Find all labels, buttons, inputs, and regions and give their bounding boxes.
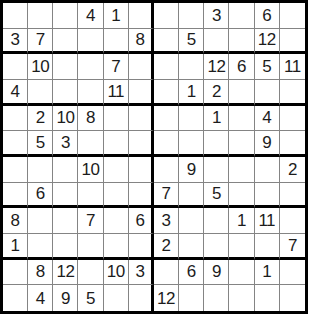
cell-r6c4[interactable] — [78, 131, 103, 157]
given-digit: 9 — [61, 290, 70, 307]
cell-r7c5[interactable] — [104, 157, 129, 183]
given-digit: 5 — [36, 134, 45, 151]
cell-r2c3[interactable] — [53, 29, 78, 55]
given-digit: 9 — [262, 134, 271, 151]
cell-r2c4[interactable] — [78, 29, 103, 55]
cell-r3c12[interactable]: 11 — [280, 54, 305, 80]
given-digit: 12 — [157, 290, 175, 307]
given-digit: 3 — [212, 7, 221, 24]
cell-r11c11[interactable]: 1 — [255, 260, 280, 286]
cell-r3c4[interactable] — [78, 54, 103, 80]
cell-r6c12[interactable] — [280, 131, 305, 157]
cell-r2c2[interactable]: 7 — [28, 29, 53, 55]
cell-r11c4[interactable] — [78, 260, 103, 286]
cell-r4c12[interactable] — [280, 80, 305, 106]
sudoku-page: 4136378512107126511411122108145391092675… — [0, 0, 312, 320]
cell-r3c1[interactable] — [3, 54, 28, 80]
cell-r9c10[interactable]: 1 — [229, 208, 254, 234]
given-digit: 4 — [36, 290, 45, 307]
cell-r12c10[interactable] — [229, 285, 254, 311]
cell-r4c2[interactable] — [28, 80, 53, 106]
cell-r10c1[interactable]: 1 — [3, 234, 28, 260]
cell-r7c1[interactable] — [3, 157, 28, 183]
cell-r1c1[interactable] — [3, 3, 28, 29]
cell-r12c9[interactable] — [204, 285, 229, 311]
cell-r4c3[interactable] — [53, 80, 78, 106]
cell-r12c6[interactable] — [129, 285, 154, 311]
cell-r8c9[interactable]: 5 — [204, 183, 229, 209]
cell-r7c6[interactable] — [129, 157, 154, 183]
cell-r10c11[interactable] — [255, 234, 280, 260]
cell-r11c10[interactable] — [229, 260, 254, 286]
cell-r7c3[interactable] — [53, 157, 78, 183]
cell-r10c6[interactable] — [129, 234, 154, 260]
cell-r1c5[interactable]: 1 — [104, 3, 129, 29]
cell-r2c9[interactable] — [204, 29, 229, 55]
cell-r7c10[interactable] — [229, 157, 254, 183]
cell-r7c7[interactable] — [154, 157, 179, 183]
given-digit: 5 — [212, 185, 221, 202]
cell-r7c8[interactable]: 9 — [179, 157, 204, 183]
cell-r10c10[interactable] — [229, 234, 254, 260]
cell-r2c1[interactable]: 3 — [3, 29, 28, 55]
given-digit: 2 — [212, 83, 221, 100]
given-digit: 1 — [212, 109, 221, 126]
cell-r5c2[interactable]: 2 — [28, 106, 53, 132]
cell-r5c5[interactable] — [104, 106, 129, 132]
cell-r4c1[interactable]: 4 — [3, 80, 28, 106]
cell-r10c3[interactable] — [53, 234, 78, 260]
cell-r11c2[interactable]: 8 — [28, 260, 53, 286]
cell-r11c8[interactable]: 6 — [179, 260, 204, 286]
given-digit: 4 — [11, 83, 20, 100]
cell-r6c8[interactable] — [179, 131, 204, 157]
cell-r6c1[interactable] — [3, 131, 28, 157]
given-digit: 11 — [107, 83, 124, 100]
given-digit: 10 — [31, 58, 49, 75]
cell-r12c2[interactable]: 4 — [28, 285, 53, 311]
cell-r1c7[interactable] — [154, 3, 179, 29]
given-digit: 3 — [162, 212, 171, 229]
cell-r9c3[interactable] — [53, 208, 78, 234]
cell-r8c3[interactable] — [53, 183, 78, 209]
cell-r11c7[interactable] — [154, 260, 179, 286]
given-digit: 6 — [36, 185, 45, 202]
given-digit: 10 — [107, 263, 125, 280]
cell-r11c6[interactable]: 3 — [129, 260, 154, 286]
given-digit: 1 — [262, 263, 271, 280]
cell-r4c4[interactable] — [78, 80, 103, 106]
cell-r9c5[interactable] — [104, 208, 129, 234]
cell-r10c12[interactable]: 7 — [280, 234, 305, 260]
cell-r6c5[interactable] — [104, 131, 129, 157]
given-digit: 7 — [36, 31, 45, 48]
given-digit: 10 — [82, 161, 100, 178]
cell-r5c9[interactable]: 1 — [204, 106, 229, 132]
given-digit: 1 — [237, 212, 246, 229]
given-digit: 12 — [56, 263, 74, 280]
given-digit: 6 — [237, 58, 246, 75]
cell-r10c5[interactable] — [104, 234, 129, 260]
cell-r3c2[interactable]: 10 — [28, 54, 53, 80]
cell-r4c5[interactable]: 11 — [104, 80, 129, 106]
given-digit: 8 — [11, 212, 20, 229]
cell-r12c8[interactable] — [179, 285, 204, 311]
cell-r7c11[interactable] — [255, 157, 280, 183]
cell-r8c6[interactable] — [129, 183, 154, 209]
cell-r9c11[interactable]: 11 — [255, 208, 280, 234]
cell-r6c2[interactable]: 5 — [28, 131, 53, 157]
given-digit: 4 — [262, 109, 271, 126]
cell-r8c7[interactable]: 7 — [154, 183, 179, 209]
cell-r3c6[interactable] — [129, 54, 154, 80]
cell-r6c10[interactable] — [229, 131, 254, 157]
cell-r8c4[interactable] — [78, 183, 103, 209]
given-digit: 12 — [207, 58, 225, 75]
given-digit: 2 — [36, 109, 45, 126]
cell-r1c10[interactable] — [229, 3, 254, 29]
given-digit: 6 — [135, 212, 144, 229]
cell-r8c5[interactable] — [104, 183, 129, 209]
cell-r12c3[interactable]: 9 — [53, 285, 78, 311]
given-digit: 8 — [36, 263, 45, 280]
given-digit: 9 — [187, 161, 196, 178]
given-digit: 5 — [187, 31, 196, 48]
cell-r9c9[interactable] — [204, 208, 229, 234]
cell-r5c12[interactable] — [280, 106, 305, 132]
cell-r3c8[interactable] — [179, 54, 204, 80]
cell-r8c1[interactable] — [3, 183, 28, 209]
cell-r2c7[interactable] — [154, 29, 179, 55]
cell-r4c10[interactable] — [229, 80, 254, 106]
cell-r7c9[interactable] — [204, 157, 229, 183]
cell-r10c9[interactable] — [204, 234, 229, 260]
cell-r1c4[interactable]: 4 — [78, 3, 103, 29]
cell-r11c9[interactable]: 9 — [204, 260, 229, 286]
cell-r4c7[interactable] — [154, 80, 179, 106]
cell-r2c5[interactable] — [104, 29, 129, 55]
given-digit: 5 — [86, 290, 95, 307]
cell-r5c7[interactable] — [154, 106, 179, 132]
cell-r11c1[interactable] — [3, 260, 28, 286]
cell-r3c9[interactable]: 12 — [204, 54, 229, 80]
cell-r2c6[interactable]: 8 — [129, 29, 154, 55]
given-digit: 1 — [187, 83, 196, 100]
given-digit: 7 — [86, 212, 95, 229]
cell-r6c3[interactable]: 3 — [53, 131, 78, 157]
cell-r7c4[interactable]: 10 — [78, 157, 103, 183]
cell-r12c1[interactable] — [3, 285, 28, 311]
cell-r5c8[interactable] — [179, 106, 204, 132]
cell-r6c9[interactable] — [204, 131, 229, 157]
cell-r1c6[interactable] — [129, 3, 154, 29]
given-digit: 9 — [212, 263, 221, 280]
given-digit: 5 — [262, 58, 271, 75]
cell-r11c5[interactable]: 10 — [104, 260, 129, 286]
cell-r6c7[interactable] — [154, 131, 179, 157]
sudoku-board: 4136378512107126511411122108145391092675… — [0, 0, 308, 314]
cell-r1c8[interactable] — [179, 3, 204, 29]
cell-r8c11[interactable] — [255, 183, 280, 209]
cell-r5c3[interactable]: 10 — [53, 106, 78, 132]
given-digit: 7 — [162, 185, 171, 202]
cell-r4c6[interactable] — [129, 80, 154, 106]
cell-r10c4[interactable] — [78, 234, 103, 260]
given-digit: 11 — [258, 212, 275, 229]
cell-r8c8[interactable] — [179, 183, 204, 209]
given-digit: 10 — [56, 109, 74, 126]
cell-r9c8[interactable] — [179, 208, 204, 234]
given-digit: 3 — [61, 134, 70, 151]
cell-r12c11[interactable] — [255, 285, 280, 311]
cell-r1c2[interactable] — [28, 3, 53, 29]
cell-r9c6[interactable]: 6 — [129, 208, 154, 234]
cell-r3c10[interactable]: 6 — [229, 54, 254, 80]
given-digit: 3 — [11, 31, 20, 48]
cell-r5c4[interactable]: 8 — [78, 106, 103, 132]
given-digit: 1 — [11, 237, 20, 254]
given-digit: 6 — [262, 7, 271, 24]
given-digit: 4 — [86, 7, 95, 24]
cell-r1c12[interactable] — [280, 3, 305, 29]
cell-r3c7[interactable] — [154, 54, 179, 80]
cell-r12c4[interactable]: 5 — [78, 285, 103, 311]
given-digit: 7 — [111, 58, 120, 75]
cell-r10c7[interactable]: 2 — [154, 234, 179, 260]
cell-r4c11[interactable] — [255, 80, 280, 106]
cell-r11c12[interactable] — [280, 260, 305, 286]
cell-r4c8[interactable]: 1 — [179, 80, 204, 106]
cell-r7c12[interactable]: 2 — [280, 157, 305, 183]
cell-r2c10[interactable] — [229, 29, 254, 55]
given-digit: 3 — [135, 263, 144, 280]
cell-r2c11[interactable]: 12 — [255, 29, 280, 55]
given-digit: 6 — [187, 263, 196, 280]
given-digit: 7 — [288, 237, 297, 254]
cell-r5c11[interactable]: 4 — [255, 106, 280, 132]
cell-r9c7[interactable]: 3 — [154, 208, 179, 234]
given-digit: 1 — [111, 7, 120, 24]
cell-r9c1[interactable]: 8 — [3, 208, 28, 234]
cell-r12c7[interactable]: 12 — [154, 285, 179, 311]
cell-r1c3[interactable] — [53, 3, 78, 29]
cell-r1c9[interactable]: 3 — [204, 3, 229, 29]
cell-r9c12[interactable] — [280, 208, 305, 234]
cell-r3c5[interactable]: 7 — [104, 54, 129, 80]
cell-r5c1[interactable] — [3, 106, 28, 132]
cell-r9c2[interactable] — [28, 208, 53, 234]
cell-r3c11[interactable]: 5 — [255, 54, 280, 80]
given-digit: 11 — [284, 58, 301, 75]
cell-r9c4[interactable]: 7 — [78, 208, 103, 234]
cell-r10c8[interactable] — [179, 234, 204, 260]
cell-r3c3[interactable] — [53, 54, 78, 80]
cell-r8c12[interactable] — [280, 183, 305, 209]
given-digit: 2 — [288, 161, 297, 178]
cell-r1c11[interactable]: 6 — [255, 3, 280, 29]
given-digit: 2 — [162, 237, 171, 254]
cell-r6c11[interactable]: 9 — [255, 131, 280, 157]
given-digit: 8 — [86, 109, 95, 126]
cell-r7c2[interactable] — [28, 157, 53, 183]
cell-r2c8[interactable]: 5 — [179, 29, 204, 55]
cell-r8c2[interactable]: 6 — [28, 183, 53, 209]
cell-r6c6[interactable] — [129, 131, 154, 157]
cell-r11c3[interactable]: 12 — [53, 260, 78, 286]
cell-r12c5[interactable] — [104, 285, 129, 311]
cell-r8c10[interactable] — [229, 183, 254, 209]
cell-r4c9[interactable]: 2 — [204, 80, 229, 106]
given-digit: 12 — [258, 31, 276, 48]
cell-r10c2[interactable] — [28, 234, 53, 260]
cell-r5c6[interactable] — [129, 106, 154, 132]
cell-r12c12[interactable] — [280, 285, 305, 311]
cell-r5c10[interactable] — [229, 106, 254, 132]
given-digit: 8 — [135, 31, 144, 48]
cell-r2c12[interactable] — [280, 29, 305, 55]
